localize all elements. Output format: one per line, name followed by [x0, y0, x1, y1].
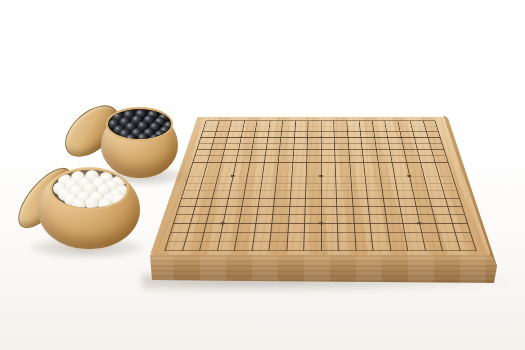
goban-cell	[232, 169, 248, 176]
goban-cell	[222, 214, 240, 223]
goban-cell	[354, 232, 372, 241]
white-stone	[85, 197, 99, 210]
goban-cell	[371, 232, 389, 241]
goban-cell	[286, 232, 303, 241]
white-bowl-opening	[50, 168, 129, 210]
goban-cell	[321, 198, 337, 206]
goban-cell	[234, 241, 253, 251]
goban-cell	[365, 183, 381, 190]
goban-cell	[321, 169, 336, 176]
star-point	[416, 222, 421, 225]
goban-cell	[335, 183, 350, 190]
goban-cell	[234, 162, 250, 169]
black-stone	[125, 134, 138, 141]
black-bowl-opening	[106, 107, 173, 141]
goban-cell	[229, 183, 246, 190]
goban-cell	[444, 198, 462, 206]
goban-cell	[370, 223, 388, 232]
goban-grid	[164, 120, 476, 251]
goban-cell	[288, 214, 305, 223]
goban-cell	[350, 183, 366, 190]
goban-cell	[406, 241, 425, 251]
goban-cell	[305, 198, 321, 206]
goban-cell	[321, 223, 338, 232]
goban-cell	[454, 232, 474, 241]
goban-cell	[291, 169, 306, 176]
goban-cell	[304, 223, 321, 232]
goban-cell	[263, 162, 278, 169]
goban-cell	[304, 206, 320, 214]
goban-cell	[369, 214, 386, 223]
goban-cell	[365, 176, 381, 183]
goban-cell	[277, 162, 292, 169]
goban-cell	[337, 232, 354, 241]
goban-cell	[404, 232, 423, 241]
goban-cell	[395, 183, 412, 190]
goban-cell	[244, 183, 260, 190]
goban-cell	[336, 190, 352, 198]
goban-cell	[276, 169, 291, 176]
go-set-photo	[0, 0, 525, 350]
goban-cell	[292, 162, 307, 169]
goban-cell	[288, 206, 304, 214]
goban-cell	[255, 214, 272, 223]
goban-cell	[352, 206, 369, 214]
goban-cell	[337, 214, 354, 223]
goban-cell	[364, 169, 379, 176]
star-point	[318, 175, 322, 177]
goban-cell	[335, 169, 350, 176]
goban-cell	[335, 176, 350, 183]
go-board-surface	[150, 117, 491, 255]
white-stone	[72, 198, 86, 210]
goban-cell	[291, 176, 306, 183]
goban-cell	[270, 223, 287, 232]
goban-cell	[243, 190, 260, 198]
goban-cell	[220, 223, 238, 232]
goban-cell	[368, 206, 385, 214]
goban-cell	[447, 206, 465, 214]
goban-cell	[218, 232, 237, 241]
goban-cell	[248, 162, 263, 169]
goban-cell	[269, 232, 287, 241]
goban-cell	[321, 190, 336, 198]
goban-cell	[337, 223, 354, 232]
goban-cell	[275, 183, 291, 190]
goban-cell	[389, 241, 408, 251]
goban-cell	[251, 241, 269, 251]
goban-cell	[321, 183, 336, 190]
goban-cell	[387, 232, 405, 241]
goban-cell	[247, 169, 263, 176]
goban-cell	[306, 176, 321, 183]
goban-cell	[351, 190, 367, 198]
goban-cell	[349, 169, 364, 176]
goban-cell	[382, 198, 399, 206]
goban-cell	[239, 214, 257, 223]
goban-cell	[257, 198, 274, 206]
goban-cell	[224, 206, 242, 214]
goban-cell	[381, 190, 398, 198]
goban-cell	[290, 183, 305, 190]
goban-cell	[366, 190, 382, 198]
goban-cell	[321, 162, 335, 169]
goban-cell	[397, 190, 414, 198]
goban-cell	[273, 198, 289, 206]
goban-cell	[303, 241, 320, 251]
goban-cell	[392, 162, 408, 169]
goban-cell	[402, 223, 420, 232]
goban-cell	[353, 223, 370, 232]
goban-cell	[226, 198, 243, 206]
goban-cell	[252, 232, 270, 241]
goban-cell	[216, 241, 235, 251]
goban-cell	[336, 206, 352, 214]
goban-cell	[321, 214, 337, 223]
goban-cell	[438, 176, 455, 183]
goban-cell	[287, 223, 304, 232]
goban-cell	[321, 241, 338, 251]
goban-cell	[377, 162, 392, 169]
goban-cell	[335, 162, 350, 169]
goban-cell	[303, 232, 320, 241]
goban-cell	[240, 206, 257, 214]
goban-cell	[367, 198, 384, 206]
goban-cell	[237, 223, 255, 232]
goban-cell	[321, 206, 337, 214]
goban-cell	[274, 190, 290, 198]
goban-cell	[385, 214, 403, 223]
goban-cell	[379, 176, 395, 183]
goban-cell	[399, 206, 417, 214]
goban-cell	[235, 232, 253, 241]
goban-cell	[355, 241, 373, 251]
goban-cell	[321, 232, 338, 241]
star-point	[318, 222, 323, 225]
goban-cell	[449, 214, 468, 223]
goban-cell	[254, 223, 272, 232]
goban-cell	[384, 206, 401, 214]
goban-cell	[398, 198, 415, 206]
goban-cell	[276, 176, 291, 183]
goban-cell	[457, 241, 477, 251]
goban-cell	[363, 162, 378, 169]
goban-cell	[272, 206, 289, 214]
goban-cell	[378, 169, 394, 176]
goban-cell	[289, 198, 305, 206]
goban-cell	[268, 241, 286, 251]
goban-cell	[349, 162, 364, 169]
goban-cell	[351, 198, 367, 206]
goban-cell	[386, 223, 404, 232]
goban-cell	[259, 190, 275, 198]
goban-cell	[246, 176, 262, 183]
black-stone	[137, 133, 150, 141]
goban-cell	[305, 183, 320, 190]
goban-cell	[271, 214, 288, 223]
goban-cell	[394, 176, 410, 183]
goban-cell	[261, 176, 277, 183]
goban-cell	[290, 190, 306, 198]
goban-cell	[442, 190, 460, 198]
goban-cell	[434, 162, 450, 169]
goban-cell	[260, 183, 276, 190]
goban-cell	[350, 176, 365, 183]
goban-cell	[286, 241, 304, 251]
goban-cell	[451, 223, 470, 232]
star-point	[319, 136, 323, 138]
goban-cell	[305, 190, 320, 198]
goban-cell	[321, 176, 336, 183]
goban-cell	[353, 214, 370, 223]
goban-cell	[242, 198, 259, 206]
goban-cell	[380, 183, 396, 190]
goban-cell	[440, 183, 457, 190]
star-point	[406, 175, 411, 177]
goban-cell	[306, 162, 320, 169]
star-point	[398, 136, 402, 138]
goban-cell	[228, 190, 245, 198]
goban-cell	[262, 169, 277, 176]
goban-cell	[231, 176, 247, 183]
goban-cell	[372, 241, 390, 251]
goban-cell	[436, 169, 453, 176]
goban-cell	[256, 206, 273, 214]
goban-cell	[338, 241, 356, 251]
goban-cell	[336, 198, 352, 206]
